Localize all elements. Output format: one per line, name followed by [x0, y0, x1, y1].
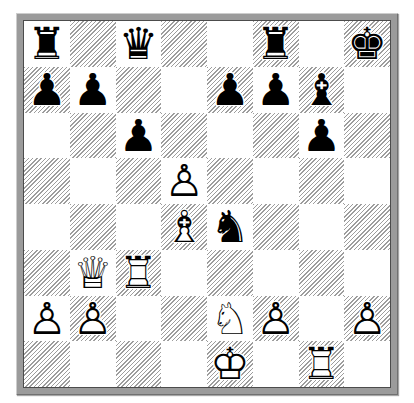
white-rook-piece[interactable]: ♜♖	[116, 250, 162, 296]
white-rook-icon: ♖	[116, 250, 162, 296]
square-e3[interactable]	[207, 250, 253, 296]
white-pawn-icon: ♙	[344, 296, 390, 342]
square-g6[interactable]: ♟♟	[299, 113, 345, 159]
white-rook-icon: ♖	[299, 341, 345, 387]
square-d4[interactable]: ♝♗	[161, 204, 207, 250]
black-queen-piece[interactable]: ♛♛	[116, 21, 162, 67]
black-pawn-piece[interactable]: ♟♟	[24, 67, 70, 113]
white-pawn-icon: ♙	[253, 296, 299, 342]
square-a7[interactable]: ♟♟	[24, 67, 70, 113]
square-e7[interactable]: ♟♟	[207, 67, 253, 113]
white-pawn-icon: ♙	[70, 296, 116, 342]
square-c3[interactable]: ♜♖	[116, 250, 162, 296]
square-a3[interactable]	[24, 250, 70, 296]
square-c1[interactable]	[116, 341, 162, 387]
board-frame: ♜♜♛♛♜♜♚♚♟♟♟♟♟♟♟♟♝♝♟♟♟♟♟♙♝♗♞♞♛♕♜♖♟♙♟♙♞♘♟♙…	[16, 13, 398, 395]
square-e8[interactable]	[207, 21, 253, 67]
white-pawn-piece[interactable]: ♟♙	[70, 296, 116, 342]
white-pawn-piece[interactable]: ♟♙	[24, 296, 70, 342]
black-bishop-icon: ♝	[299, 67, 345, 113]
square-b6[interactable]	[70, 113, 116, 159]
square-b5[interactable]	[70, 158, 116, 204]
square-c6[interactable]: ♟♟	[116, 113, 162, 159]
square-d2[interactable]	[161, 296, 207, 342]
square-f2[interactable]: ♟♙	[253, 296, 299, 342]
black-pawn-icon: ♟	[116, 113, 162, 159]
black-pawn-icon: ♟	[207, 67, 253, 113]
square-b4[interactable]	[70, 204, 116, 250]
white-king-icon: ♔	[207, 341, 253, 387]
square-f8[interactable]: ♜♜	[253, 21, 299, 67]
black-rook-piece[interactable]: ♜♜	[24, 21, 70, 67]
square-a8[interactable]: ♜♜	[24, 21, 70, 67]
black-knight-piece[interactable]: ♞♞	[207, 204, 253, 250]
square-c8[interactable]: ♛♛	[116, 21, 162, 67]
black-rook-icon: ♜	[24, 21, 70, 67]
chess-diagram-page: { "game": "chess", "orientation": "white…	[0, 0, 414, 403]
square-b8[interactable]	[70, 21, 116, 67]
white-knight-icon: ♘	[207, 296, 253, 342]
square-h7[interactable]	[344, 67, 390, 113]
square-g3[interactable]	[299, 250, 345, 296]
white-bishop-icon: ♗	[161, 204, 207, 250]
black-pawn-piece[interactable]: ♟♟	[253, 67, 299, 113]
black-king-icon: ♚	[344, 21, 390, 67]
square-f6[interactable]	[253, 113, 299, 159]
square-b3[interactable]: ♛♕	[70, 250, 116, 296]
black-pawn-icon: ♟	[253, 67, 299, 113]
square-a6[interactable]	[24, 113, 70, 159]
black-pawn-icon: ♟	[70, 67, 116, 113]
black-rook-icon: ♜	[253, 21, 299, 67]
square-e5[interactable]	[207, 158, 253, 204]
square-h5[interactable]	[344, 158, 390, 204]
black-bishop-piece[interactable]: ♝♝	[299, 67, 345, 113]
chess-board: ♜♜♛♛♜♜♚♚♟♟♟♟♟♟♟♟♝♝♟♟♟♟♟♙♝♗♞♞♛♕♜♖♟♙♟♙♞♘♟♙…	[24, 21, 390, 387]
square-b2[interactable]: ♟♙	[70, 296, 116, 342]
square-a1[interactable]	[24, 341, 70, 387]
black-pawn-piece[interactable]: ♟♟	[70, 67, 116, 113]
square-h6[interactable]	[344, 113, 390, 159]
square-c4[interactable]	[116, 204, 162, 250]
square-g8[interactable]	[299, 21, 345, 67]
black-pawn-piece[interactable]: ♟♟	[299, 113, 345, 159]
black-rook-piece[interactable]: ♜♜	[253, 21, 299, 67]
square-g1[interactable]: ♜♖	[299, 341, 345, 387]
black-king-piece[interactable]: ♚♚	[344, 21, 390, 67]
black-pawn-icon: ♟	[299, 113, 345, 159]
white-pawn-piece[interactable]: ♟♙	[344, 296, 390, 342]
square-h3[interactable]	[344, 250, 390, 296]
black-pawn-piece[interactable]: ♟♟	[207, 67, 253, 113]
square-d5[interactable]: ♟♙	[161, 158, 207, 204]
square-f5[interactable]	[253, 158, 299, 204]
square-d7[interactable]	[161, 67, 207, 113]
white-pawn-icon: ♙	[24, 296, 70, 342]
square-b7[interactable]: ♟♟	[70, 67, 116, 113]
black-knight-icon: ♞	[207, 204, 253, 250]
white-pawn-piece[interactable]: ♟♙	[253, 296, 299, 342]
square-g7[interactable]: ♝♝	[299, 67, 345, 113]
white-queen-icon: ♕	[70, 250, 116, 296]
square-a5[interactable]	[24, 158, 70, 204]
black-pawn-piece[interactable]: ♟♟	[116, 113, 162, 159]
square-c5[interactable]	[116, 158, 162, 204]
square-g5[interactable]	[299, 158, 345, 204]
white-knight-piece[interactable]: ♞♘	[207, 296, 253, 342]
square-e6[interactable]	[207, 113, 253, 159]
square-h2[interactable]: ♟♙	[344, 296, 390, 342]
white-rook-piece[interactable]: ♜♖	[299, 341, 345, 387]
black-pawn-icon: ♟	[24, 67, 70, 113]
square-h1[interactable]	[344, 341, 390, 387]
square-b1[interactable]	[70, 341, 116, 387]
black-queen-icon: ♛	[116, 21, 162, 67]
square-a2[interactable]: ♟♙	[24, 296, 70, 342]
square-e2[interactable]: ♞♘	[207, 296, 253, 342]
white-king-piece[interactable]: ♚♔	[207, 341, 253, 387]
square-a4[interactable]	[24, 204, 70, 250]
square-d6[interactable]	[161, 113, 207, 159]
square-h8[interactable]: ♚♚	[344, 21, 390, 67]
square-f1[interactable]	[253, 341, 299, 387]
white-bishop-piece[interactable]: ♝♗	[161, 204, 207, 250]
square-c7[interactable]	[116, 67, 162, 113]
square-d8[interactable]	[161, 21, 207, 67]
square-f7[interactable]: ♟♟	[253, 67, 299, 113]
square-h4[interactable]	[344, 204, 390, 250]
white-queen-piece[interactable]: ♛♕	[70, 250, 116, 296]
square-f4[interactable]	[253, 204, 299, 250]
square-g4[interactable]	[299, 204, 345, 250]
square-d3[interactable]	[161, 250, 207, 296]
square-c2[interactable]	[116, 296, 162, 342]
white-pawn-piece[interactable]: ♟♙	[161, 158, 207, 204]
square-e1[interactable]: ♚♔	[207, 341, 253, 387]
square-e4[interactable]: ♞♞	[207, 204, 253, 250]
square-f3[interactable]	[253, 250, 299, 296]
square-g2[interactable]	[299, 296, 345, 342]
white-pawn-icon: ♙	[161, 158, 207, 204]
square-d1[interactable]	[161, 341, 207, 387]
